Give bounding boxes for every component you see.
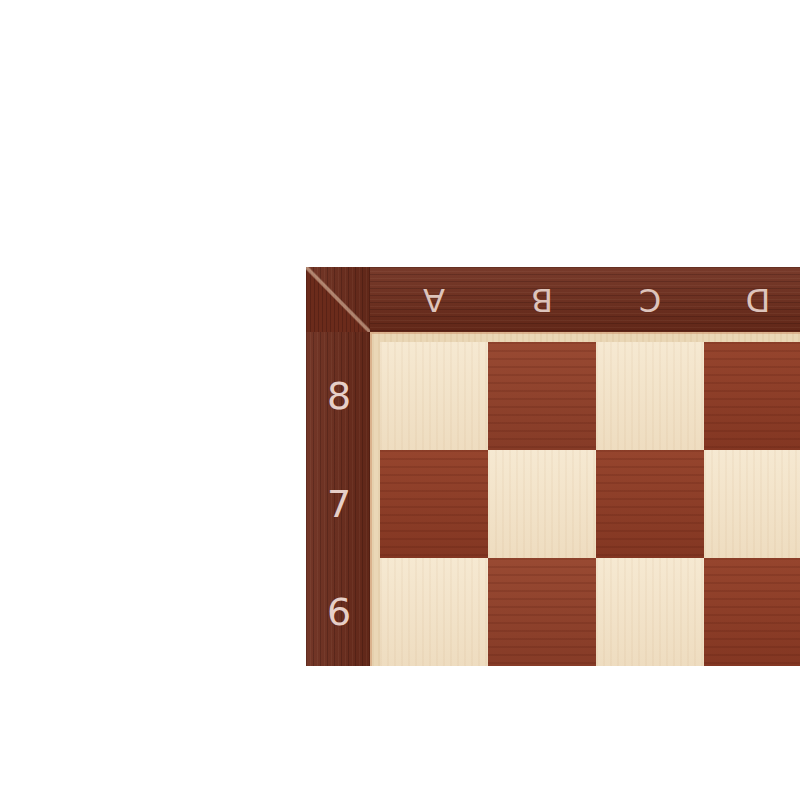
square-c6 bbox=[596, 558, 704, 666]
rank-label-6: 6 bbox=[327, 590, 351, 634]
board-inner-maple-strip bbox=[370, 332, 800, 666]
square-d7 bbox=[704, 450, 800, 558]
board-squares-grid bbox=[380, 342, 800, 666]
square-d8 bbox=[704, 342, 800, 450]
square-a8 bbox=[380, 342, 488, 450]
chessboard-photo: A B C D 8 7 6 bbox=[306, 267, 800, 666]
square-a7 bbox=[380, 450, 488, 558]
square-d6 bbox=[704, 558, 800, 666]
board-frame-top: A B C D bbox=[306, 267, 800, 332]
square-a6 bbox=[380, 558, 488, 666]
square-b8 bbox=[488, 342, 596, 450]
rank-label-8: 8 bbox=[327, 374, 351, 418]
white-background: A B C D 8 7 6 bbox=[0, 0, 800, 800]
square-c7 bbox=[596, 450, 704, 558]
square-c8 bbox=[596, 342, 704, 450]
square-b7 bbox=[488, 450, 596, 558]
file-label-a: A bbox=[423, 281, 445, 319]
square-b6 bbox=[488, 558, 596, 666]
file-label-b: B bbox=[531, 281, 553, 319]
rank-label-7: 7 bbox=[327, 482, 351, 526]
file-label-d: D bbox=[746, 281, 771, 319]
file-label-c: C bbox=[639, 281, 661, 319]
